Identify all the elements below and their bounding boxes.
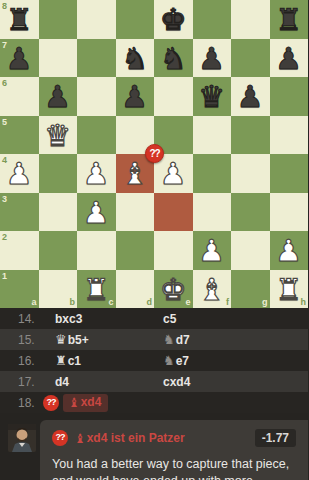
chess-board[interactable]: ♜8♚♜♟7♞♞♟♟6♟♟♛♟5♛♟4♟♝??♟3♟2♟♟1ab♜cd♚e♝fg… xyxy=(0,0,308,308)
black-queen-f6[interactable]: ♛ xyxy=(193,77,232,116)
comment-body-text: You had a better way to capture that pie… xyxy=(52,456,296,480)
square-d4[interactable]: ♝?? xyxy=(116,154,155,193)
black-pawn-h7[interactable]: ♟ xyxy=(270,39,309,78)
move-number: 17. xyxy=(0,375,55,389)
white-pawn-c4[interactable]: ♟ xyxy=(77,154,116,193)
black-knight-icon: ♞ xyxy=(163,332,175,347)
black-knight-e7[interactable]: ♞ xyxy=(154,39,193,78)
black-pawn-d6[interactable]: ♟ xyxy=(116,77,155,116)
square-g3[interactable] xyxy=(231,193,270,232)
black-move[interactable]: cxd4 xyxy=(163,375,190,389)
white-rook-icon: ♜ xyxy=(55,353,67,368)
blunder-badge-icon: ?? xyxy=(52,430,68,446)
rank-label-6: 6 xyxy=(2,78,7,88)
square-a6[interactable]: 6 xyxy=(0,77,39,116)
square-f5[interactable] xyxy=(193,116,232,155)
file-label-h: h xyxy=(301,297,307,307)
square-a2[interactable]: 2 xyxy=(0,231,39,270)
move-row-17[interactable]: 17. d4 cxd4 xyxy=(0,371,308,392)
file-label-g: g xyxy=(262,297,268,307)
square-e2[interactable] xyxy=(154,231,193,270)
rank-label-8: 8 xyxy=(2,1,7,11)
comment-title-text: xd4 ist ein Patzer xyxy=(87,431,185,445)
square-g8[interactable] xyxy=(231,0,270,39)
square-g2[interactable] xyxy=(231,231,270,270)
rank-label-3: 3 xyxy=(2,194,7,204)
square-c3[interactable]: ♟ xyxy=(77,193,116,232)
square-c1[interactable]: ♜c xyxy=(77,270,116,309)
square-f6[interactable]: ♛ xyxy=(193,77,232,116)
blunder-badge-icon: ?? xyxy=(43,395,59,411)
move-number: 16. xyxy=(0,354,55,368)
coach-avatar-image xyxy=(8,424,36,452)
square-h3[interactable] xyxy=(270,193,309,232)
move-number: 14. xyxy=(0,312,55,326)
square-d2[interactable] xyxy=(116,231,155,270)
black-move[interactable]: c5 xyxy=(163,312,176,326)
square-f2[interactable]: ♟ xyxy=(193,231,232,270)
coach-comment-section: ?? ♝ xd4 ist ein Patzer -1.77 You had a … xyxy=(0,420,308,480)
bishop-icon: ♝ xyxy=(74,431,86,446)
blunder-move[interactable]: ♝ xd4 xyxy=(63,394,108,412)
comment-title: ♝ xd4 ist ein Patzer xyxy=(74,431,255,446)
square-h7[interactable]: ♟ xyxy=(270,39,309,78)
square-f3[interactable] xyxy=(193,193,232,232)
rank-label-5: 5 xyxy=(2,117,7,127)
square-b1[interactable]: b xyxy=(39,270,78,309)
square-g7[interactable] xyxy=(231,39,270,78)
square-g1[interactable]: g xyxy=(231,270,270,309)
square-d3[interactable] xyxy=(116,193,155,232)
rank-label-1: 1 xyxy=(2,271,7,281)
rank-label-4: 4 xyxy=(2,155,7,165)
square-b6[interactable]: ♟ xyxy=(39,77,78,116)
black-pawn-f7[interactable]: ♟ xyxy=(193,39,232,78)
square-b3[interactable] xyxy=(39,193,78,232)
white-pawn-h2[interactable]: ♟ xyxy=(270,231,309,270)
square-b2[interactable] xyxy=(39,231,78,270)
move-row-18[interactable]: 18. ?? ♝ xd4 xyxy=(0,392,308,413)
square-g6[interactable]: ♟ xyxy=(231,77,270,116)
white-move: xd4 xyxy=(81,395,102,409)
square-g4[interactable] xyxy=(231,154,270,193)
move-number: 18. xyxy=(0,396,43,410)
coach-avatar[interactable] xyxy=(8,424,36,452)
move-number: 15. xyxy=(0,333,55,347)
black-move[interactable]: d7 xyxy=(176,333,190,347)
square-h1[interactable]: ♜h xyxy=(270,270,309,309)
move-row-16[interactable]: 16. ♜ c1 ♞ e7 xyxy=(0,350,308,371)
square-c6[interactable] xyxy=(77,77,116,116)
white-pawn-c3[interactable]: ♟ xyxy=(77,193,116,232)
square-g5[interactable] xyxy=(231,116,270,155)
square-e6[interactable] xyxy=(154,77,193,116)
white-move[interactable]: b5+ xyxy=(68,333,89,347)
white-bishop-icon: ♝ xyxy=(68,395,80,410)
square-h4[interactable] xyxy=(270,154,309,193)
black-knight-d7[interactable]: ♞ xyxy=(116,39,155,78)
square-a1[interactable]: 1a xyxy=(0,270,39,309)
square-e8[interactable]: ♚ xyxy=(154,0,193,39)
square-e1[interactable]: ♚e xyxy=(154,270,193,309)
square-c4[interactable]: ♟ xyxy=(77,154,116,193)
file-label-b: b xyxy=(70,297,76,307)
square-c5[interactable] xyxy=(77,116,116,155)
square-h8[interactable]: ♜ xyxy=(270,0,309,39)
black-king-e8[interactable]: ♚ xyxy=(154,0,193,39)
chess-analysis-screen: { "game": "chess", "position": "r3k2r/p2… xyxy=(0,0,308,480)
white-move[interactable]: bxc3 xyxy=(55,312,82,326)
black-knight-icon: ♞ xyxy=(163,353,175,368)
square-a3[interactable]: 3 xyxy=(0,193,39,232)
evaluation-badge: -1.77 xyxy=(255,429,296,447)
coach-comment-card: ?? ♝ xd4 ist ein Patzer -1.77 You had a … xyxy=(40,420,308,480)
square-d7[interactable]: ♞ xyxy=(116,39,155,78)
file-label-c: c xyxy=(108,297,113,307)
square-a5[interactable]: 5 xyxy=(0,116,39,155)
comment-header: ?? ♝ xd4 ist ein Patzer -1.77 xyxy=(52,429,296,447)
square-b8[interactable] xyxy=(39,0,78,39)
square-h6[interactable] xyxy=(270,77,309,116)
move-row-15[interactable]: 15. ♛ b5+ ♞ d7 xyxy=(0,329,308,350)
file-label-f: f xyxy=(226,297,229,307)
square-b4[interactable] xyxy=(39,154,78,193)
square-d8[interactable] xyxy=(116,0,155,39)
white-move[interactable]: c1 xyxy=(68,354,81,368)
square-f8[interactable] xyxy=(193,0,232,39)
file-label-d: d xyxy=(147,297,153,307)
square-d1[interactable]: d xyxy=(116,270,155,309)
square-b7[interactable] xyxy=(39,39,78,78)
square-a8[interactable]: ♜8 xyxy=(0,0,39,39)
white-pawn-f2[interactable]: ♟ xyxy=(193,231,232,270)
file-label-e: e xyxy=(185,297,190,307)
square-f4[interactable] xyxy=(193,154,232,193)
black-pawn-g6[interactable]: ♟ xyxy=(231,77,270,116)
square-f1[interactable]: ♝f xyxy=(193,270,232,309)
move-list: 14. bxc3 c5 15. ♛ b5+ ♞ d7 16. ♜ c1 ♞ e7… xyxy=(0,308,308,413)
white-queen-b5[interactable]: ♛ xyxy=(39,116,78,155)
white-queen-icon: ♛ xyxy=(55,332,67,347)
white-move[interactable]: d4 xyxy=(55,375,69,389)
square-e7[interactable]: ♞ xyxy=(154,39,193,78)
black-move[interactable]: e7 xyxy=(176,354,189,368)
square-b5[interactable]: ♛ xyxy=(39,116,78,155)
rank-label-2: 2 xyxy=(2,232,7,242)
square-a7[interactable]: ♟7 xyxy=(0,39,39,78)
move-row-14[interactable]: 14. bxc3 c5 xyxy=(0,308,308,329)
square-a4[interactable]: ♟4 xyxy=(0,154,39,193)
file-label-a: a xyxy=(31,297,36,307)
square-c2[interactable] xyxy=(77,231,116,270)
black-rook-h8[interactable]: ♜ xyxy=(270,0,309,39)
square-h2[interactable]: ♟ xyxy=(270,231,309,270)
square-c8[interactable] xyxy=(77,0,116,39)
square-h5[interactable] xyxy=(270,116,309,155)
square-d6[interactable]: ♟ xyxy=(116,77,155,116)
square-e3[interactable] xyxy=(154,193,193,232)
square-c7[interactable] xyxy=(77,39,116,78)
blunder-badge-icon: ?? xyxy=(145,144,164,163)
rank-label-7: 7 xyxy=(2,40,7,50)
black-pawn-b6[interactable]: ♟ xyxy=(39,77,78,116)
square-f7[interactable]: ♟ xyxy=(193,39,232,78)
